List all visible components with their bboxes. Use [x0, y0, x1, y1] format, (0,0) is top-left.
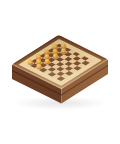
product-photo: [0, 0, 120, 144]
checkers-board: [27, 43, 93, 80]
board-square: [57, 76, 65, 81]
